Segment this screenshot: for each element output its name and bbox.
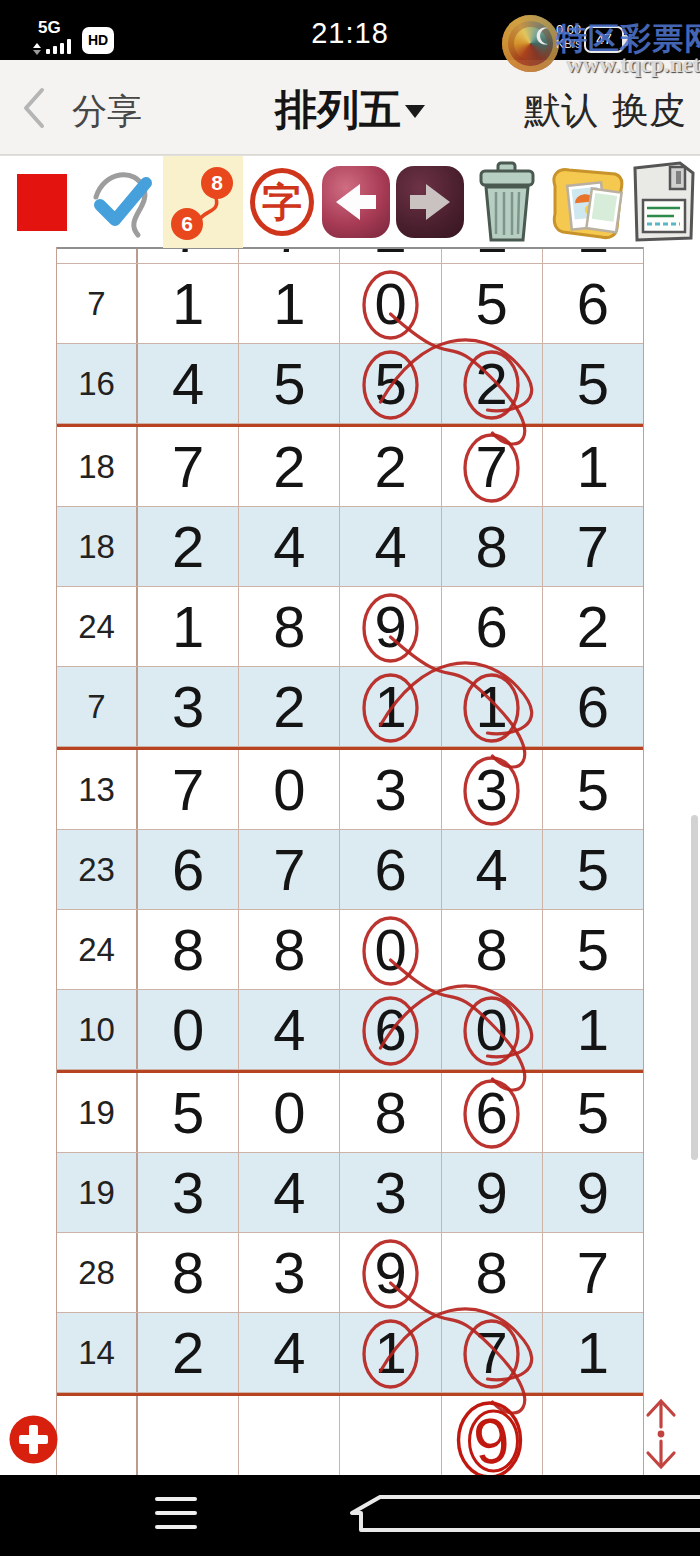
digit-cell[interactable]: 5 (542, 910, 643, 989)
digit-cell[interactable] (238, 1396, 339, 1475)
digit-cell[interactable]: 1 (339, 1313, 440, 1392)
board-row: 1934399 (57, 1153, 643, 1233)
digit-cell[interactable] (339, 1396, 440, 1475)
digit-cell[interactable]: 2 (339, 427, 440, 506)
network-speed: 0.00 KB/s (556, 22, 581, 52)
digit-cell[interactable]: 0 (339, 264, 440, 343)
digit-cell[interactable] (542, 1396, 643, 1475)
digit-cell[interactable]: 7 (238, 249, 339, 263)
digit-cell[interactable]: 6 (441, 587, 542, 666)
digit-cell[interactable]: 6 (441, 1073, 542, 1152)
redo-button[interactable] (394, 156, 466, 248)
row-label: 7 (57, 667, 138, 746)
row-label: 19 (57, 1153, 138, 1232)
digit-cell[interactable]: 3 (138, 1153, 238, 1232)
digit-cell[interactable]: 5 (138, 1073, 238, 1152)
digit-cell[interactable]: 9 (441, 1153, 542, 1232)
network-speed-unit: KB/s (556, 37, 581, 52)
digit-cell[interactable]: 0 (138, 990, 238, 1069)
digit-cell[interactable]: 0 (441, 990, 542, 1069)
photo-folder-icon (549, 162, 625, 242)
network-speed-value: 0.00 (556, 22, 581, 37)
digit-cell[interactable]: 8 (339, 1073, 440, 1152)
trend-line-icon: 8 6 (164, 158, 242, 246)
row-label (57, 1396, 138, 1475)
digit-cell[interactable]: 1 (542, 990, 643, 1069)
row-label: 16 (57, 344, 138, 423)
digit-cell[interactable]: 6 (339, 830, 440, 909)
app-screen: 5G HD 21:18 0.00 KB/s 47 特区彩票网 www.tqcp.… (0, 0, 700, 1556)
digit-cell[interactable]: 7 (138, 750, 238, 829)
digit-cell[interactable]: 1 (542, 427, 643, 506)
gesture-nav-bar (0, 1475, 700, 1556)
row-label: 19 (57, 1073, 138, 1152)
board-row: 1872271 (57, 424, 643, 507)
row-label: 24 (57, 587, 138, 666)
board-row: 1824487 (57, 507, 643, 587)
signal-down-arrow-icon (33, 50, 41, 55)
digit-cell[interactable]: 1 (542, 1313, 643, 1392)
menu-button[interactable] (155, 1497, 197, 1533)
board-row: 2488085 (57, 910, 643, 990)
digit-cell[interactable]: 8 (441, 910, 542, 989)
digit-cell[interactable]: 7 (542, 507, 643, 586)
digit-cell[interactable]: 9 (339, 1233, 440, 1312)
board-row: 1424171 (57, 1313, 643, 1393)
digit-cell[interactable]: 3 (238, 1233, 339, 1312)
change-skin-button[interactable]: 换皮 (612, 90, 686, 131)
row-label: 18 (57, 427, 138, 506)
digit-cell[interactable]: 5 (542, 344, 643, 423)
row-label: 23 (57, 830, 138, 909)
svg-text:6: 6 (181, 212, 193, 235)
board-row: 732116 (57, 667, 643, 747)
row-label: 28 (57, 1233, 138, 1312)
digit-cell[interactable]: 5 (238, 344, 339, 423)
drawing-toolbar: 8 6 字 (0, 155, 700, 247)
digit-cell[interactable]: 7 (542, 1233, 643, 1312)
digit-cell[interactable]: 2 (339, 249, 440, 263)
digit-cell[interactable]: 2 (138, 1313, 238, 1392)
arrow-right-icon (404, 178, 456, 226)
digit-cell[interactable]: 4 (238, 507, 339, 586)
digit-cell[interactable]: 1 (238, 264, 339, 343)
row-label (57, 249, 138, 263)
board-rows: 7721171105616455251872271182448724189627… (57, 247, 643, 1476)
digit-cell[interactable]: 0 (339, 910, 440, 989)
digit-cell[interactable]: 0 (238, 1073, 339, 1152)
svg-text:8: 8 (211, 171, 223, 194)
digit-cell[interactable]: 1 (441, 667, 542, 746)
digit-cell[interactable]: 6 (542, 264, 643, 343)
row-label: 13 (57, 750, 138, 829)
save-button[interactable] (628, 156, 700, 248)
digit-cell[interactable]: 5 (542, 1073, 643, 1152)
digit-cell[interactable]: 4 (339, 507, 440, 586)
digit-cell[interactable]: 2 (238, 427, 339, 506)
trash-can-icon (471, 160, 543, 244)
board-row: 711056 (57, 264, 643, 344)
check-mark-tool[interactable] (82, 156, 166, 248)
digit-cell[interactable]: 4 (238, 990, 339, 1069)
digit-cell[interactable]: 1 (542, 249, 643, 263)
board-row: 2418962 (57, 587, 643, 667)
board-row: 1950865 (57, 1070, 643, 1153)
red-color-swatch (17, 174, 67, 231)
digit-cell[interactable]: 7 (441, 427, 542, 506)
board-row: 1645525 (57, 344, 643, 424)
digit-cell[interactable]: 2 (138, 507, 238, 586)
page-title-text: 排列五 (275, 86, 401, 133)
gallery-button[interactable] (548, 156, 626, 248)
trend-line-tool-active[interactable]: 8 6 (163, 156, 243, 248)
row-label: 18 (57, 507, 138, 586)
row-label: 14 (57, 1313, 138, 1392)
digit-cell[interactable]: 4 (238, 1153, 339, 1232)
digit-cell[interactable]: 1 (138, 587, 238, 666)
digit-cell[interactable]: 1 (339, 667, 440, 746)
default-skin-button[interactable]: 默认 (524, 90, 598, 131)
digit-cell[interactable]: 8 (441, 507, 542, 586)
chevron-down-icon (405, 105, 425, 118)
digit-cell[interactable]: 7 (441, 1313, 542, 1392)
board-row (57, 1393, 643, 1476)
digit-cell[interactable]: 4 (238, 1313, 339, 1392)
digit-cell[interactable]: 7 (238, 830, 339, 909)
digit-cell[interactable]: 3 (339, 1153, 440, 1232)
digit-cell[interactable] (138, 1396, 238, 1475)
digit-cell[interactable]: 8 (238, 587, 339, 666)
color-swatch-tool[interactable] (10, 156, 74, 248)
row-label: 7 (57, 264, 138, 343)
digit-cell[interactable]: 8 (238, 910, 339, 989)
digit-cell[interactable]: 8 (441, 1233, 542, 1312)
digit-cell[interactable]: 6 (339, 990, 440, 1069)
digit-cell[interactable]: 9 (339, 587, 440, 666)
nav-bar: 分享 排列五 默认换皮 (0, 60, 700, 155)
scroll-up-down-control[interactable] (638, 1396, 684, 1472)
digit-cell[interactable]: 2 (238, 667, 339, 746)
board-row: 2883987 (57, 1233, 643, 1313)
undo-button[interactable] (320, 156, 392, 248)
digit-cell[interactable]: 7 (138, 249, 238, 263)
digit-cell[interactable]: 5 (542, 750, 643, 829)
digit-cell[interactable]: 4 (138, 344, 238, 423)
battery-indicator: 47 (584, 26, 624, 53)
skin-controls: 默认换皮 (510, 86, 686, 136)
back-gesture-icon[interactable] (340, 1489, 700, 1537)
digit-cell[interactable]: 1 (441, 249, 542, 263)
text-annotation-tool[interactable]: 字 (246, 156, 318, 248)
check-mark-icon (84, 163, 164, 241)
text-tool-seal-icon: 字 (250, 168, 314, 236)
row-label: 10 (57, 990, 138, 1069)
scrollbar-thumb[interactable] (691, 815, 698, 1160)
digit-cell[interactable]: 0 (238, 750, 339, 829)
board-row: 1370335 (57, 747, 643, 830)
digit-cell[interactable]: 3 (138, 667, 238, 746)
digit-cell[interactable]: 8 (138, 1233, 238, 1312)
row-label: 24 (57, 910, 138, 989)
digit-cell[interactable]: 6 (138, 830, 238, 909)
digit-cell[interactable]: 6 (542, 667, 643, 746)
digit-cell[interactable]: 1 (138, 264, 238, 343)
digit-cell[interactable]: 5 (542, 830, 643, 909)
digit-cell[interactable] (441, 1396, 542, 1475)
digit-cell[interactable]: 3 (441, 750, 542, 829)
digit-cell[interactable]: 2 (542, 587, 643, 666)
digit-cell[interactable]: 8 (138, 910, 238, 989)
floppy-disk-icon (630, 160, 698, 244)
digit-cell[interactable]: 9 (542, 1153, 643, 1232)
digit-cell[interactable]: 4 (441, 830, 542, 909)
digit-cell[interactable]: 7 (138, 427, 238, 506)
board-row-partial: 77211 (57, 247, 643, 264)
arrow-left-icon (330, 178, 382, 226)
digit-cell[interactable]: 2 (441, 344, 542, 423)
add-row-button[interactable] (9, 1415, 58, 1464)
data-saver-icon (536, 27, 551, 45)
board-row: 1004601 (57, 990, 643, 1070)
digit-cell[interactable]: 5 (441, 264, 542, 343)
digit-cell[interactable]: 3 (339, 750, 440, 829)
delete-button[interactable] (468, 156, 546, 248)
board: 7721171105616455251872271182448724189627… (56, 247, 644, 1476)
status-bar: 5G HD 21:18 0.00 KB/s 47 (0, 0, 700, 60)
board-row: 2367645 (57, 830, 643, 910)
digit-cell[interactable]: 5 (339, 344, 440, 423)
